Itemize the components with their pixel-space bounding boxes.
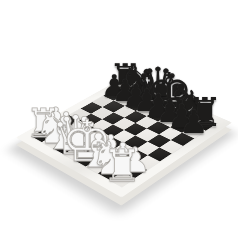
product-photo-scene: ♜♞♝♛♚♝♞♜♟♟♟♟♟♟♟♟♟♟♟♟♟♟♟♟♜♞♝♛♚♝♞♜ bbox=[0, 0, 238, 238]
chess-board bbox=[16, 76, 232, 197]
board-perspective-wrapper bbox=[0, 0, 238, 238]
board-grid bbox=[32, 83, 217, 186]
